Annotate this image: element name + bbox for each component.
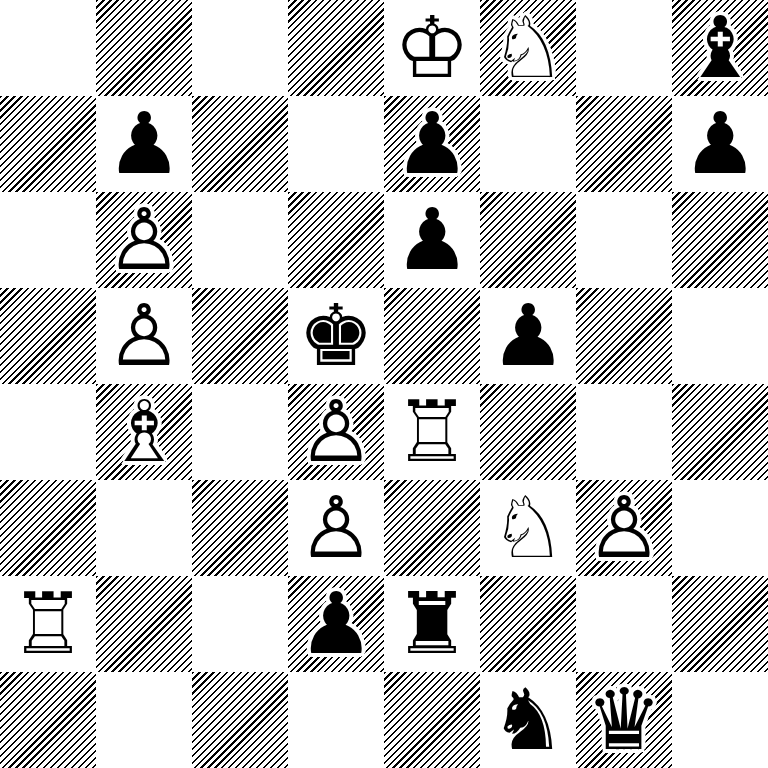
square-e6[interactable]: ♟♟ <box>384 192 480 288</box>
piece-white-king-e8[interactable]: ♚♔ <box>384 0 480 96</box>
square-d3[interactable]: ♟♙ <box>288 480 384 576</box>
square-g3[interactable]: ♟♙ <box>576 480 672 576</box>
square-h2[interactable] <box>672 576 768 672</box>
square-b6[interactable]: ♟♙ <box>96 192 192 288</box>
piece-black-pawn-d2[interactable]: ♟♟ <box>288 576 384 672</box>
white-pawn-icon: ♙ <box>96 192 192 288</box>
black-pawn-icon: ♟ <box>96 96 192 192</box>
piece-black-bishop-h8[interactable]: ♝♝ <box>672 0 768 96</box>
white-pawn-icon: ♙ <box>288 384 384 480</box>
square-g4[interactable] <box>576 384 672 480</box>
black-king-icon: ♚ <box>288 288 384 384</box>
black-pawn-icon: ♟ <box>384 96 480 192</box>
piece-black-rook-e2[interactable]: ♜♜ <box>384 576 480 672</box>
piece-white-rook-e4[interactable]: ♜♖ <box>384 384 480 480</box>
piece-black-knight-f1[interactable]: ♞♞ <box>480 672 576 768</box>
piece-white-knight-f3[interactable]: ♞♘ <box>480 480 576 576</box>
square-a1[interactable] <box>0 672 96 768</box>
square-b1[interactable] <box>96 672 192 768</box>
white-pawn-icon: ♙ <box>576 480 672 576</box>
square-c6[interactable] <box>192 192 288 288</box>
black-pawn-icon: ♟ <box>672 96 768 192</box>
square-c7[interactable] <box>192 96 288 192</box>
square-h5[interactable] <box>672 288 768 384</box>
piece-black-pawn-f5[interactable]: ♟♟ <box>480 288 576 384</box>
piece-white-pawn-d4[interactable]: ♟♙ <box>288 384 384 480</box>
square-f6[interactable] <box>480 192 576 288</box>
square-a7[interactable] <box>0 96 96 192</box>
square-a6[interactable] <box>0 192 96 288</box>
square-h1[interactable] <box>672 672 768 768</box>
black-queen-icon: ♛ <box>576 672 672 768</box>
piece-black-pawn-e7[interactable]: ♟♟ <box>384 96 480 192</box>
square-c2[interactable] <box>192 576 288 672</box>
square-f7[interactable] <box>480 96 576 192</box>
square-e1[interactable] <box>384 672 480 768</box>
square-d4[interactable]: ♟♙ <box>288 384 384 480</box>
square-b7[interactable]: ♟♟ <box>96 96 192 192</box>
white-rook-icon: ♖ <box>384 384 480 480</box>
white-rook-icon: ♖ <box>0 576 96 672</box>
square-c8[interactable] <box>192 0 288 96</box>
square-g6[interactable] <box>576 192 672 288</box>
square-a3[interactable] <box>0 480 96 576</box>
black-pawn-icon: ♟ <box>288 576 384 672</box>
square-b5[interactable]: ♟♙ <box>96 288 192 384</box>
white-king-icon: ♔ <box>384 0 480 96</box>
square-e4[interactable]: ♜♖ <box>384 384 480 480</box>
square-h4[interactable] <box>672 384 768 480</box>
square-a2[interactable]: ♜♖ <box>0 576 96 672</box>
square-c5[interactable] <box>192 288 288 384</box>
square-e5[interactable] <box>384 288 480 384</box>
piece-black-pawn-h7[interactable]: ♟♟ <box>672 96 768 192</box>
black-pawn-icon: ♟ <box>480 288 576 384</box>
piece-white-knight-f8[interactable]: ♞♘ <box>480 0 576 96</box>
black-bishop-icon: ♝ <box>672 0 768 96</box>
piece-black-pawn-b7[interactable]: ♟♟ <box>96 96 192 192</box>
piece-white-bishop-b4[interactable]: ♝♗ <box>96 384 192 480</box>
piece-white-pawn-b6[interactable]: ♟♙ <box>96 192 192 288</box>
square-g5[interactable] <box>576 288 672 384</box>
square-h6[interactable] <box>672 192 768 288</box>
square-f3[interactable]: ♞♘ <box>480 480 576 576</box>
white-knight-icon: ♘ <box>480 0 576 96</box>
square-d6[interactable] <box>288 192 384 288</box>
square-d1[interactable] <box>288 672 384 768</box>
square-f5[interactable]: ♟♟ <box>480 288 576 384</box>
square-h8[interactable]: ♝♝ <box>672 0 768 96</box>
square-c3[interactable] <box>192 480 288 576</box>
piece-white-rook-a2[interactable]: ♜♖ <box>0 576 96 672</box>
piece-black-king-d5[interactable]: ♚♚ <box>288 288 384 384</box>
square-d7[interactable] <box>288 96 384 192</box>
black-pawn-icon: ♟ <box>384 192 480 288</box>
chess-board: ♚♔♞♘♝♝♟♟♟♟♟♟♟♙♟♟♟♙♚♚♟♟♝♗♟♙♜♖♟♙♞♘♟♙♜♖♟♟♜♜… <box>0 0 768 768</box>
black-rook-icon: ♜ <box>384 576 480 672</box>
white-pawn-icon: ♙ <box>96 288 192 384</box>
square-d5[interactable]: ♚♚ <box>288 288 384 384</box>
square-c1[interactable] <box>192 672 288 768</box>
square-e7[interactable]: ♟♟ <box>384 96 480 192</box>
square-a5[interactable] <box>0 288 96 384</box>
square-b4[interactable]: ♝♗ <box>96 384 192 480</box>
square-b8[interactable] <box>96 0 192 96</box>
square-e8[interactable]: ♚♔ <box>384 0 480 96</box>
square-a8[interactable] <box>0 0 96 96</box>
piece-white-pawn-g3[interactable]: ♟♙ <box>576 480 672 576</box>
square-f8[interactable]: ♞♘ <box>480 0 576 96</box>
piece-white-pawn-d3[interactable]: ♟♙ <box>288 480 384 576</box>
square-f2[interactable] <box>480 576 576 672</box>
square-d8[interactable] <box>288 0 384 96</box>
square-h7[interactable]: ♟♟ <box>672 96 768 192</box>
square-f4[interactable] <box>480 384 576 480</box>
square-g7[interactable] <box>576 96 672 192</box>
square-f1[interactable]: ♞♞ <box>480 672 576 768</box>
white-bishop-icon: ♗ <box>96 384 192 480</box>
square-a4[interactable] <box>0 384 96 480</box>
piece-white-pawn-b5[interactable]: ♟♙ <box>96 288 192 384</box>
square-h3[interactable] <box>672 480 768 576</box>
square-e3[interactable] <box>384 480 480 576</box>
white-pawn-icon: ♙ <box>288 480 384 576</box>
piece-black-queen-g1[interactable]: ♛♛ <box>576 672 672 768</box>
square-e2[interactable]: ♜♜ <box>384 576 480 672</box>
black-knight-icon: ♞ <box>480 672 576 768</box>
square-d2[interactable]: ♟♟ <box>288 576 384 672</box>
piece-black-pawn-e6[interactable]: ♟♟ <box>384 192 480 288</box>
square-b3[interactable] <box>96 480 192 576</box>
square-b2[interactable] <box>96 576 192 672</box>
square-g8[interactable] <box>576 0 672 96</box>
white-knight-icon: ♘ <box>480 480 576 576</box>
square-c4[interactable] <box>192 384 288 480</box>
square-g1[interactable]: ♛♛ <box>576 672 672 768</box>
square-g2[interactable] <box>576 576 672 672</box>
